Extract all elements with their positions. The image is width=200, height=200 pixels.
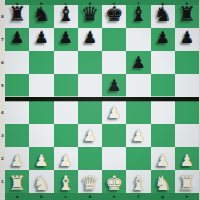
piece-black-pawn: ♟ (151, 26, 175, 49)
square-b6[interactable] (29, 51, 53, 74)
file-label-top-e: e (113, 1, 116, 6)
square-e3[interactable] (102, 124, 126, 147)
square-a3[interactable] (5, 124, 29, 147)
file-label-top-d: d (88, 1, 91, 6)
piece-black-pawn: ♟ (78, 26, 102, 49)
piece-black-knight: ♞ (29, 3, 53, 26)
square-b5[interactable] (29, 74, 53, 97)
square-c7[interactable]: ♟ (54, 28, 78, 51)
piece-white-knight: ♞ (29, 172, 53, 195)
square-f2[interactable] (126, 147, 150, 170)
file-label-bottom-g: g (161, 194, 164, 199)
square-d2[interactable] (78, 147, 102, 170)
square-g1[interactable]: ♞ (151, 170, 175, 193)
piece-white-rook: ♜ (175, 172, 199, 195)
square-b4[interactable] (29, 101, 53, 124)
piece-white-king: ♚ (102, 172, 126, 195)
square-h8[interactable]: ♜ (175, 5, 199, 28)
square-g6[interactable] (151, 51, 175, 74)
square-a2[interactable]: ♟ (5, 147, 29, 170)
piece-black-knight: ♞ (151, 3, 175, 26)
file-label-bottom-e: e (113, 194, 116, 199)
square-d7[interactable]: ♟ (78, 28, 102, 51)
rank-label-8: 8 (1, 15, 4, 19)
square-h2[interactable]: ♟ (175, 147, 199, 170)
square-d3[interactable]: ♟ (78, 124, 102, 147)
piece-white-pawn: ♟ (126, 124, 150, 147)
chess-board: ♜♞♝♛♚♝♞♜♟♟♟♟♟♟♟♟♟♟♟♟♟♟♟♟♜♞♝♛♚♝♞♜ (5, 5, 199, 193)
square-a1[interactable]: ♜ (5, 170, 29, 193)
square-g5[interactable] (151, 74, 175, 97)
square-a7[interactable]: ♟ (5, 28, 29, 51)
square-e6[interactable] (102, 51, 126, 74)
square-e7[interactable] (102, 28, 126, 51)
square-d6[interactable] (78, 51, 102, 74)
piece-black-bishop: ♝ (126, 3, 150, 26)
square-e5[interactable]: ♟ (102, 74, 126, 97)
square-g8[interactable]: ♞ (151, 5, 175, 28)
file-label-bottom-c: c (64, 194, 66, 199)
file-label-top-h: h (185, 1, 188, 6)
square-a8[interactable]: ♜ (5, 5, 29, 28)
square-c3[interactable] (54, 124, 78, 147)
piece-black-rook: ♜ (175, 3, 199, 26)
rank-label-3: 3 (1, 134, 4, 138)
square-e4[interactable]: ♟ (102, 101, 126, 124)
square-a6[interactable] (5, 51, 29, 74)
square-f8[interactable]: ♝ (126, 5, 150, 28)
piece-black-king: ♚ (102, 3, 126, 26)
piece-black-pawn: ♟ (29, 26, 53, 49)
file-label-bottom-h: h (185, 194, 188, 199)
square-f7[interactable] (126, 28, 150, 51)
square-d1[interactable]: ♛ (78, 170, 102, 193)
file-label-bottom-a: a (16, 194, 19, 199)
square-d4[interactable] (78, 101, 102, 124)
piece-black-pawn: ♟ (5, 26, 29, 49)
piece-black-pawn: ♟ (102, 74, 126, 97)
chess-board-photo: ♜♞♝♛♚♝♞♜♟♟♟♟♟♟♟♟♟♟♟♟♟♟♟♟♜♞♝♛♚♝♞♜ aabbccd… (0, 0, 200, 200)
piece-black-bishop: ♝ (54, 3, 78, 26)
piece-white-queen: ♛ (78, 172, 102, 195)
square-f4[interactable] (126, 101, 150, 124)
piece-white-bishop: ♝ (54, 172, 78, 195)
square-g4[interactable] (151, 101, 175, 124)
piece-white-pawn: ♟ (5, 149, 29, 172)
rank-label-2: 2 (1, 157, 4, 161)
square-f5[interactable] (126, 74, 150, 97)
square-b7[interactable]: ♟ (29, 28, 53, 51)
square-g7[interactable]: ♟ (151, 28, 175, 51)
square-h3[interactable] (175, 124, 199, 147)
square-b2[interactable]: ♟ (29, 147, 53, 170)
rank-label-1: 1 (1, 180, 4, 184)
file-label-top-b: b (40, 1, 43, 6)
piece-white-pawn: ♟ (151, 149, 175, 172)
board-fold-seam (5, 97, 199, 101)
file-label-bottom-d: d (88, 194, 91, 199)
square-f6[interactable]: ♟ (126, 51, 150, 74)
file-label-bottom-b: b (40, 194, 43, 199)
piece-white-pawn: ♟ (175, 149, 199, 172)
square-a5[interactable] (5, 74, 29, 97)
square-h4[interactable] (175, 101, 199, 124)
piece-white-pawn: ♟ (29, 149, 53, 172)
square-c2[interactable]: ♟ (54, 147, 78, 170)
piece-white-pawn: ♟ (54, 149, 78, 172)
piece-black-pawn: ♟ (175, 26, 199, 49)
piece-black-queen: ♛ (78, 3, 102, 26)
square-a4[interactable] (5, 101, 29, 124)
square-e8[interactable]: ♚ (102, 5, 126, 28)
square-h5[interactable] (175, 74, 199, 97)
square-d5[interactable] (78, 74, 102, 97)
file-label-bottom-f: f (138, 194, 140, 199)
square-c6[interactable] (54, 51, 78, 74)
square-c1[interactable]: ♝ (54, 170, 78, 193)
rank-label-7: 7 (1, 38, 4, 42)
square-e2[interactable] (102, 147, 126, 170)
rank-label-4: 4 (1, 111, 4, 115)
piece-black-pawn: ♟ (126, 51, 150, 74)
piece-white-rook: ♜ (5, 172, 29, 195)
square-c4[interactable] (54, 101, 78, 124)
square-h6[interactable] (175, 51, 199, 74)
square-c8[interactable]: ♝ (54, 5, 78, 28)
square-h1[interactable]: ♜ (175, 170, 199, 193)
rank-label-5: 5 (1, 84, 4, 88)
square-g2[interactable]: ♟ (151, 147, 175, 170)
square-e1[interactable]: ♚ (102, 170, 126, 193)
square-g3[interactable] (151, 124, 175, 147)
square-d8[interactable]: ♛ (78, 5, 102, 28)
piece-white-pawn: ♟ (78, 124, 102, 147)
square-c5[interactable] (54, 74, 78, 97)
piece-white-knight: ♞ (151, 172, 175, 195)
piece-white-bishop: ♝ (126, 172, 150, 195)
piece-white-pawn: ♟ (102, 101, 126, 124)
square-b3[interactable] (29, 124, 53, 147)
square-f3[interactable]: ♟ (126, 124, 150, 147)
file-label-top-f: f (138, 1, 140, 6)
square-h7[interactable]: ♟ (175, 28, 199, 51)
square-b8[interactable]: ♞ (29, 5, 53, 28)
square-b1[interactable]: ♞ (29, 170, 53, 193)
file-label-top-g: g (161, 1, 164, 6)
piece-black-rook: ♜ (5, 3, 29, 26)
square-f1[interactable]: ♝ (126, 170, 150, 193)
file-label-top-a: a (16, 1, 19, 6)
file-label-top-c: c (64, 1, 66, 6)
piece-black-pawn: ♟ (54, 26, 78, 49)
rank-label-6: 6 (1, 61, 4, 65)
